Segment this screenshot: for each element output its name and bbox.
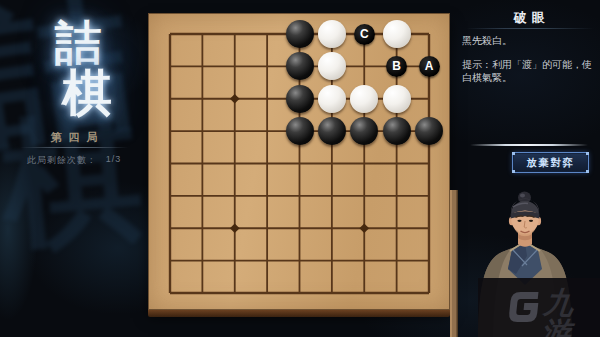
puzzle-title: 破眼 [458,9,600,27]
left-panel-divider [20,147,128,148]
choice-marker-C[interactable]: C [354,24,375,45]
attempts-value: 1/3 [106,154,122,167]
give-up-button-label: 放棄對弈 [527,156,575,170]
stone-black [286,52,314,80]
button-corner-accent [512,170,515,173]
stone-black [415,117,443,145]
title-divider [466,28,594,29]
choice-marker-A[interactable]: A [419,56,440,77]
stone-white [318,20,346,48]
stone-black [383,117,411,145]
button-corner-accent [586,170,589,173]
stone-white [318,85,346,113]
stone-black [286,85,314,113]
stone-white [350,85,378,113]
watermark-band: 九游 [478,278,600,337]
button-divider [470,144,588,146]
puzzle-mode-panel: 詰 棋 詰 棋 第四局 此局剩餘次數： 1/3 [0,0,148,337]
puzzle-objective: 黑先殺白。 [462,34,598,47]
puzzle-hint: 提示：利用「渡」的可能，使白棋氣緊。 [462,58,600,84]
round-label: 第四局 [0,130,148,145]
attempts-label: 此局剩餘次數： [27,154,97,167]
go-board-edge [148,310,450,317]
choice-marker-B[interactable]: B [386,56,407,77]
button-corner-accent [512,152,515,155]
stone-black [286,117,314,145]
button-corner-accent [586,152,589,155]
stone-white [383,20,411,48]
go-board: CBA [148,13,450,310]
puzzle-info-panel: 破眼 黑先殺白。 提示：利用「渡」的可能，使白棋氣緊。 放棄對弈 [458,0,600,200]
watermark-brand: 九游 [539,288,600,337]
go-board-grid[interactable]: CBA [170,34,429,293]
stone-black [318,117,346,145]
give-up-game-button[interactable]: 放棄對弈 [512,152,589,173]
game-screen: 詰 棋 詰 棋 第四局 此局剩餘次數： 1/3 CBA 破眼 黑先殺白。 提示：… [0,0,600,337]
stone-white [383,85,411,113]
mode-title-calligraphy: 棋 [62,60,112,127]
attempts-counter: 此局剩餘次數： 1/3 [0,154,148,167]
9game-logo-icon [504,287,540,325]
stone-black [286,20,314,48]
